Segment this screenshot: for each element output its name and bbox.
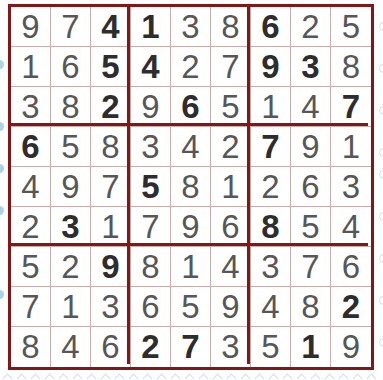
sudoku-board: 9741386251654279383829651476583427914975…: [8, 4, 374, 370]
sudoku-cell-r1c4[interactable]: 1: [131, 7, 171, 47]
sudoku-cell-r9c8[interactable]: 1: [291, 327, 331, 367]
sudoku-cell-r1c3[interactable]: 4: [91, 7, 131, 47]
sudoku-cell-r1c8[interactable]: 2: [291, 7, 331, 47]
sudoku-cell-r4c8[interactable]: 9: [291, 127, 331, 167]
background-ring-icon: [379, 296, 383, 305]
sudoku-cell-r8c8[interactable]: 8: [291, 287, 331, 327]
background-ring-icon: [379, 148, 383, 157]
sudoku-cell-r1c9[interactable]: 5: [331, 7, 371, 47]
sudoku-cell-r8c3[interactable]: 3: [91, 287, 131, 327]
sudoku-cell-r9c1[interactable]: 8: [11, 327, 51, 367]
sudoku-cell-r4c2[interactable]: 5: [51, 127, 91, 167]
background-dot-icon: [0, 290, 4, 299]
sudoku-cell-r5c7[interactable]: 2: [251, 167, 291, 207]
sudoku-cell-r3c6[interactable]: 5: [211, 87, 251, 127]
background-tick-icon: [129, 374, 139, 380]
sudoku-cell-r2c9[interactable]: 8: [331, 47, 371, 87]
background-tick-icon: [339, 374, 349, 380]
sudoku-cell-r7c5[interactable]: 1: [171, 247, 211, 287]
background-tick-icon: [227, 374, 237, 380]
background-tick-icon: [311, 374, 321, 380]
sudoku-cell-r8c7[interactable]: 4: [251, 287, 291, 327]
background-ring-icon: [379, 106, 383, 115]
sudoku-cell-r3c3[interactable]: 2: [91, 87, 131, 127]
sudoku-cell-r7c1[interactable]: 5: [11, 247, 51, 287]
sudoku-cell-r4c9[interactable]: 1: [331, 127, 371, 167]
sudoku-cell-r1c1[interactable]: 9: [11, 7, 51, 47]
background-tick-icon: [31, 374, 41, 380]
sudoku-cell-r6c4[interactable]: 7: [131, 207, 171, 247]
sudoku-cell-r8c5[interactable]: 5: [171, 287, 211, 327]
background-tick-icon: [143, 374, 153, 380]
sudoku-cell-r6c8[interactable]: 5: [291, 207, 331, 247]
sudoku-cell-r9c7[interactable]: 5: [251, 327, 291, 367]
sudoku-cell-r6c5[interactable]: 9: [171, 207, 211, 247]
sudoku-cell-r5c9[interactable]: 3: [331, 167, 371, 207]
sudoku-cell-r6c6[interactable]: 6: [211, 207, 251, 247]
sudoku-cell-r2c1[interactable]: 1: [11, 47, 51, 87]
sudoku-cell-r9c4[interactable]: 2: [131, 327, 171, 367]
sudoku-cell-r9c9[interactable]: 9: [331, 327, 371, 367]
background-tick-icon: [17, 374, 27, 380]
background-ring-icon: [379, 170, 383, 179]
sudoku-cell-r4c6[interactable]: 2: [211, 127, 251, 167]
background-tick-icon: [45, 374, 55, 380]
sudoku-cell-r5c1[interactable]: 4: [11, 167, 51, 207]
sudoku-cell-r9c2[interactable]: 4: [51, 327, 91, 367]
sudoku-cell-r7c3[interactable]: 9: [91, 247, 131, 287]
sudoku-cell-r6c7[interactable]: 8: [251, 207, 291, 247]
background-pattern-bottom: [0, 373, 383, 380]
background-ring-icon: [379, 22, 383, 31]
sudoku-cell-r5c6[interactable]: 1: [211, 167, 251, 207]
sudoku-cell-r4c5[interactable]: 4: [171, 127, 211, 167]
sudoku-cell-r7c6[interactable]: 4: [211, 247, 251, 287]
sudoku-cell-r7c8[interactable]: 7: [291, 247, 331, 287]
background-tick-icon: [255, 374, 265, 380]
background-tick-icon: [199, 374, 209, 380]
background-tick-icon: [297, 374, 307, 380]
sudoku-cell-r5c3[interactable]: 7: [91, 167, 131, 207]
background-tick-icon: [213, 374, 223, 380]
background-tick-icon: [73, 374, 83, 380]
background-dot-icon: [0, 122, 4, 131]
background-ring-icon: [379, 254, 383, 263]
sudoku-cell-r2c8[interactable]: 3: [291, 47, 331, 87]
sudoku-cell-r9c6[interactable]: 3: [211, 327, 251, 367]
sudoku-cell-r2c5[interactable]: 2: [171, 47, 211, 87]
sudoku-cell-r5c5[interactable]: 8: [171, 167, 211, 207]
background-tick-icon: [269, 374, 279, 380]
sudoku-cell-r1c7[interactable]: 6: [251, 7, 291, 47]
sudoku-cell-r2c6[interactable]: 7: [211, 47, 251, 87]
sudoku-cell-r8c9[interactable]: 2: [331, 287, 371, 327]
sudoku-cell-r7c2[interactable]: 2: [51, 247, 91, 287]
background-dot-icon: [0, 206, 4, 215]
background-ring-icon: [379, 64, 383, 73]
background-tick-icon: [101, 374, 111, 380]
sudoku-cell-r5c8[interactable]: 6: [291, 167, 331, 207]
background-tick-icon: [3, 374, 13, 380]
sudoku-cell-r8c2[interactable]: 1: [51, 287, 91, 327]
background-ring-icon: [379, 212, 383, 221]
sudoku-screen: 9741386251654279383829651476583427914975…: [0, 0, 383, 380]
sudoku-cell-r9c3[interactable]: 6: [91, 327, 131, 367]
sudoku-cell-r4c1[interactable]: 6: [11, 127, 51, 167]
sudoku-cell-r4c4[interactable]: 3: [131, 127, 171, 167]
sudoku-cell-r2c2[interactable]: 6: [51, 47, 91, 87]
background-tick-icon: [325, 374, 335, 380]
sudoku-cell-r7c4[interactable]: 8: [131, 247, 171, 287]
background-tick-icon: [157, 374, 167, 380]
sudoku-cell-r7c9[interactable]: 6: [331, 247, 371, 287]
sudoku-cell-r3c1[interactable]: 3: [11, 87, 51, 127]
sudoku-cell-r1c6[interactable]: 8: [211, 7, 251, 47]
sudoku-cell-r4c7[interactable]: 7: [251, 127, 291, 167]
sudoku-cell-r3c4[interactable]: 9: [131, 87, 171, 127]
sudoku-cell-r3c2[interactable]: 8: [51, 87, 91, 127]
sudoku-cell-r2c3[interactable]: 5: [91, 47, 131, 87]
sudoku-cell-r6c3[interactable]: 1: [91, 207, 131, 247]
sudoku-cell-r8c6[interactable]: 9: [211, 287, 251, 327]
sudoku-cell-r5c2[interactable]: 9: [51, 167, 91, 207]
sudoku-cell-r3c8[interactable]: 4: [291, 87, 331, 127]
background-tick-icon: [283, 374, 293, 380]
background-ring-icon: [379, 338, 383, 347]
sudoku-cell-r6c2[interactable]: 3: [51, 207, 91, 247]
background-tick-icon: [367, 374, 377, 380]
sudoku-cell-r2c7[interactable]: 9: [251, 47, 291, 87]
background-tick-icon: [171, 374, 181, 380]
background-tick-icon: [87, 374, 97, 380]
sudoku-cell-r2c4[interactable]: 4: [131, 47, 171, 87]
background-tick-icon: [115, 374, 125, 380]
background-tick-icon: [185, 374, 195, 380]
background-tick-icon: [241, 374, 251, 380]
sudoku-cell-r3c9[interactable]: 7: [331, 87, 371, 127]
sudoku-cell-r1c5[interactable]: 3: [171, 7, 211, 47]
background-dot-icon: [0, 60, 4, 69]
sudoku-cell-r7c7[interactable]: 3: [251, 247, 291, 287]
background-tick-icon: [353, 374, 363, 380]
sudoku-cell-r9c5[interactable]: 7: [171, 327, 211, 367]
sudoku-cell-r4c3[interactable]: 8: [91, 127, 131, 167]
sudoku-cell-r5c4[interactable]: 5: [131, 167, 171, 207]
sudoku-cell-r8c4[interactable]: 6: [131, 287, 171, 327]
sudoku-cell-r3c5[interactable]: 6: [171, 87, 211, 127]
sudoku-cell-r6c1[interactable]: 2: [11, 207, 51, 247]
background-dot-icon: [0, 164, 4, 173]
sudoku-cell-r1c2[interactable]: 7: [51, 7, 91, 47]
sudoku-cell-r6c9[interactable]: 4: [331, 207, 371, 247]
sudoku-cell-r8c1[interactable]: 7: [11, 287, 51, 327]
sudoku-cell-r3c7[interactable]: 1: [251, 87, 291, 127]
background-tick-icon: [59, 374, 69, 380]
